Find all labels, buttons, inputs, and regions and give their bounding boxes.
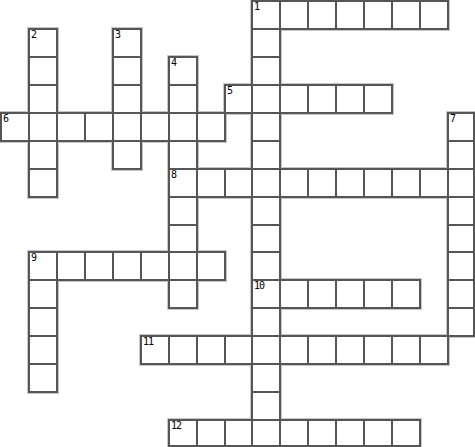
grid-cell-r3c9[interactable] xyxy=(251,84,281,114)
grid-cell-r3c8[interactable]: 5 xyxy=(224,84,253,114)
grid-cell-r6c14[interactable] xyxy=(391,168,421,198)
grid-cell-r15c9[interactable] xyxy=(251,419,281,447)
grid-cell-r6c10[interactable] xyxy=(279,168,309,198)
grid-cell-r12c9[interactable] xyxy=(251,335,281,365)
grid-cell-r4c4[interactable] xyxy=(112,112,142,142)
grid-cell-r12c10[interactable] xyxy=(279,335,309,365)
clue-number-2: 2 xyxy=(31,29,36,40)
grid-cell-r15c11[interactable] xyxy=(307,419,337,447)
grid-cell-r1c1[interactable]: 2 xyxy=(28,28,58,58)
grid-cell-r10c1[interactable] xyxy=(28,279,58,309)
grid-cell-r9c6[interactable] xyxy=(168,251,198,281)
grid-cell-r5c16[interactable] xyxy=(447,140,475,170)
clue-number-8: 8 xyxy=(171,169,176,180)
grid-cell-r0c10[interactable] xyxy=(279,0,309,30)
grid-cell-r9c16[interactable] xyxy=(447,251,475,281)
grid-cell-r12c13[interactable] xyxy=(363,335,393,365)
grid-cell-r6c8[interactable] xyxy=(224,168,253,198)
crossword-grid: 123456789101112 xyxy=(0,0,475,447)
grid-cell-r12c5[interactable]: 11 xyxy=(140,335,170,365)
grid-cell-r15c13[interactable] xyxy=(363,419,393,447)
grid-cell-r10c9[interactable]: 10 xyxy=(251,279,281,309)
grid-cell-r15c6[interactable]: 12 xyxy=(168,419,198,447)
grid-cell-r12c1[interactable] xyxy=(28,335,58,365)
grid-cell-r8c6[interactable] xyxy=(168,224,198,253)
grid-cell-r7c9[interactable] xyxy=(251,196,281,226)
grid-cell-r12c14[interactable] xyxy=(391,335,421,365)
grid-cell-r10c16[interactable] xyxy=(447,279,475,309)
grid-cell-r0c12[interactable] xyxy=(335,0,365,30)
grid-cell-r4c7[interactable] xyxy=(196,112,226,142)
grid-cell-r4c1[interactable] xyxy=(28,112,58,142)
grid-cell-r2c1[interactable] xyxy=(28,56,58,86)
clue-number-9: 9 xyxy=(31,252,36,263)
grid-cell-r3c1[interactable] xyxy=(28,84,58,114)
grid-cell-r10c6[interactable] xyxy=(168,279,198,309)
grid-cell-r2c4[interactable] xyxy=(112,56,142,86)
grid-cell-r6c9[interactable] xyxy=(251,168,281,198)
grid-cell-r7c16[interactable] xyxy=(447,196,475,226)
grid-cell-r14c9[interactable] xyxy=(251,391,281,421)
grid-cell-r9c5[interactable] xyxy=(140,251,170,281)
grid-cell-r12c12[interactable] xyxy=(335,335,365,365)
clue-number-6: 6 xyxy=(3,113,8,124)
grid-cell-r10c14[interactable] xyxy=(391,279,421,309)
grid-cell-r6c16[interactable] xyxy=(447,168,475,198)
grid-cell-r0c14[interactable] xyxy=(391,0,421,30)
grid-cell-r0c15[interactable] xyxy=(419,0,449,30)
clue-number-5: 5 xyxy=(227,85,232,96)
grid-cell-r4c5[interactable] xyxy=(140,112,170,142)
grid-cell-r9c1[interactable]: 9 xyxy=(28,251,58,281)
grid-cell-r3c11[interactable] xyxy=(307,84,337,114)
grid-cell-r6c7[interactable] xyxy=(196,168,226,198)
grid-cell-r12c15[interactable] xyxy=(419,335,449,365)
grid-cell-r9c3[interactable] xyxy=(84,251,114,281)
grid-cell-r6c12[interactable] xyxy=(335,168,365,198)
grid-cell-r1c9[interactable] xyxy=(251,28,281,58)
grid-cell-r5c4[interactable] xyxy=(112,140,142,170)
grid-cell-r13c1[interactable] xyxy=(28,363,58,393)
grid-cell-r3c6[interactable] xyxy=(168,84,198,114)
grid-cell-r10c12[interactable] xyxy=(335,279,365,309)
clue-number-12: 12 xyxy=(171,420,181,431)
grid-cell-r0c9[interactable]: 1 xyxy=(251,0,281,30)
clue-number-4: 4 xyxy=(171,57,176,68)
grid-cell-r6c15[interactable] xyxy=(419,168,449,198)
grid-cell-r12c7[interactable] xyxy=(196,335,226,365)
grid-cell-r12c6[interactable] xyxy=(168,335,198,365)
clue-number-10: 10 xyxy=(254,280,264,291)
grid-cell-r4c0[interactable]: 6 xyxy=(0,112,30,142)
grid-cell-r5c9[interactable] xyxy=(251,140,281,170)
clue-number-11: 11 xyxy=(143,336,153,347)
grid-cell-r9c7[interactable] xyxy=(196,251,226,281)
grid-cell-r7c6[interactable] xyxy=(168,196,198,226)
grid-cell-r5c6[interactable] xyxy=(168,140,198,170)
grid-cell-r3c4[interactable] xyxy=(112,84,142,114)
grid-cell-r10c11[interactable] xyxy=(307,279,337,309)
grid-cell-r8c16[interactable] xyxy=(447,224,475,253)
grid-cell-r4c16[interactable]: 7 xyxy=(447,112,475,142)
grid-cell-r4c9[interactable] xyxy=(251,112,281,142)
grid-cell-r11c16[interactable] xyxy=(447,307,475,337)
grid-cell-r4c2[interactable] xyxy=(56,112,86,142)
grid-cell-r9c4[interactable] xyxy=(112,251,142,281)
grid-cell-r6c11[interactable] xyxy=(307,168,337,198)
grid-cell-r1c4[interactable]: 3 xyxy=(112,28,142,58)
grid-cell-r15c7[interactable] xyxy=(196,419,226,447)
clue-number-3: 3 xyxy=(115,29,120,40)
grid-cell-r3c12[interactable] xyxy=(335,84,365,114)
grid-cell-r10c10[interactable] xyxy=(279,279,309,309)
grid-cell-r6c6[interactable]: 8 xyxy=(168,168,198,198)
grid-cell-r9c2[interactable] xyxy=(56,251,86,281)
grid-cell-r10c13[interactable] xyxy=(363,279,393,309)
grid-cell-r11c9[interactable] xyxy=(251,307,281,337)
grid-cell-r15c14[interactable] xyxy=(391,419,421,447)
grid-cell-r2c9[interactable] xyxy=(251,56,281,86)
grid-cell-r11c1[interactable] xyxy=(28,307,58,337)
grid-cell-r9c9[interactable] xyxy=(251,251,281,281)
grid-cell-r6c1[interactable] xyxy=(28,168,58,198)
grid-cell-r2c6[interactable]: 4 xyxy=(168,56,198,86)
grid-cell-r4c3[interactable] xyxy=(84,112,114,142)
grid-cell-r3c10[interactable] xyxy=(279,84,309,114)
grid-cell-r5c1[interactable] xyxy=(28,140,58,170)
grid-cell-r15c12[interactable] xyxy=(335,419,365,447)
clue-number-7: 7 xyxy=(450,113,455,124)
grid-cell-r15c8[interactable] xyxy=(224,419,253,447)
grid-cell-r15c10[interactable] xyxy=(279,419,309,447)
grid-cell-r12c8[interactable] xyxy=(224,335,253,365)
grid-cell-r8c9[interactable] xyxy=(251,224,281,253)
grid-cell-r13c9[interactable] xyxy=(251,363,281,393)
grid-cell-r3c13[interactable] xyxy=(363,84,393,114)
clue-number-1: 1 xyxy=(254,1,259,12)
grid-cell-r0c11[interactable] xyxy=(307,0,337,30)
grid-cell-r6c13[interactable] xyxy=(363,168,393,198)
grid-cell-r12c11[interactable] xyxy=(307,335,337,365)
grid-cell-r4c6[interactable] xyxy=(168,112,198,142)
grid-cell-r0c13[interactable] xyxy=(363,0,393,30)
